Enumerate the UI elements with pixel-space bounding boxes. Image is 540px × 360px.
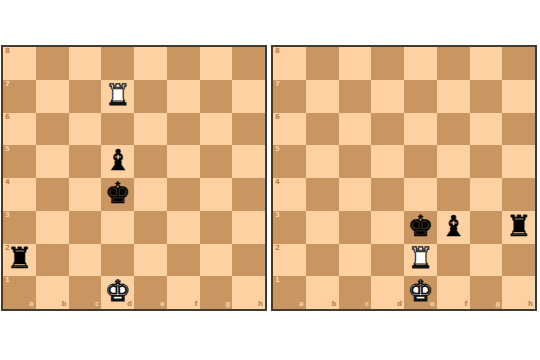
rank-label-1: 1 [275, 277, 280, 284]
square-h2[interactable] [502, 244, 535, 277]
square-g8[interactable] [470, 47, 503, 80]
file-label-c: c [95, 301, 99, 308]
square-a1[interactable]: 1a [3, 276, 36, 309]
file-label-a: a [29, 301, 34, 308]
square-d1[interactable]: d♚ [101, 276, 134, 309]
square-f5[interactable] [167, 145, 200, 178]
square-b3[interactable] [36, 211, 69, 244]
square-a2[interactable]: 2 [273, 244, 306, 277]
white-rook[interactable]: ♜ [407, 244, 433, 273]
rank-label-4: 4 [5, 179, 10, 186]
square-a5[interactable]: 5 [3, 145, 36, 178]
square-b2[interactable] [306, 244, 339, 277]
square-b6[interactable] [36, 113, 69, 146]
file-label-f: f [194, 301, 197, 308]
square-a7[interactable]: 7 [273, 80, 306, 113]
rank-label-1: 1 [5, 277, 10, 284]
square-h8[interactable] [232, 47, 265, 80]
file-label-b: b [61, 301, 66, 308]
square-b5[interactable] [36, 145, 69, 178]
square-e2[interactable] [134, 244, 167, 277]
square-a3[interactable]: 3 [273, 211, 306, 244]
square-b1[interactable]: b [36, 276, 69, 309]
square-b4[interactable] [36, 178, 69, 211]
square-h8[interactable] [502, 47, 535, 80]
square-b6[interactable] [306, 113, 339, 146]
square-d5[interactable] [371, 145, 404, 178]
square-e4[interactable] [134, 178, 167, 211]
square-g7[interactable] [200, 80, 233, 113]
square-f3[interactable]: ♝ [437, 211, 470, 244]
square-h5[interactable] [502, 145, 535, 178]
square-e8[interactable] [134, 47, 167, 80]
white-rook[interactable]: ♜ [105, 81, 131, 110]
square-c2[interactable] [339, 244, 372, 277]
square-h4[interactable] [232, 178, 265, 211]
square-a6[interactable]: 6 [3, 113, 36, 146]
square-a6[interactable]: 6 [273, 113, 306, 146]
square-a4[interactable]: 4 [3, 178, 36, 211]
diagram-pair: 87♜65♝4♚32♜1abcd♚efgh 876543♚♝♜2♜1abcde♚… [0, 0, 540, 360]
square-h3[interactable] [232, 211, 265, 244]
square-f7[interactable] [167, 80, 200, 113]
square-a7[interactable]: 7 [3, 80, 36, 113]
square-h7[interactable] [502, 80, 535, 113]
square-d3[interactable] [101, 211, 134, 244]
square-a4[interactable]: 4 [273, 178, 306, 211]
square-c4[interactable] [339, 178, 372, 211]
square-f1[interactable]: f [167, 276, 200, 309]
rank-label-7: 7 [275, 81, 280, 88]
square-g4[interactable] [200, 178, 233, 211]
square-b4[interactable] [306, 178, 339, 211]
rank-label-8: 8 [275, 48, 280, 55]
chessboard-left: 87♜65♝4♚32♜1abcd♚efgh [1, 45, 267, 311]
rank-label-6: 6 [5, 114, 10, 121]
square-c2[interactable] [69, 244, 102, 277]
square-g4[interactable] [470, 178, 503, 211]
square-d3[interactable] [371, 211, 404, 244]
square-f6[interactable] [167, 113, 200, 146]
square-f3[interactable] [167, 211, 200, 244]
square-d7[interactable] [371, 80, 404, 113]
file-label-g: g [495, 301, 500, 308]
square-b2[interactable] [36, 244, 69, 277]
square-h6[interactable] [232, 113, 265, 146]
square-g5[interactable] [200, 145, 233, 178]
square-h2[interactable] [232, 244, 265, 277]
square-e3[interactable]: ♚ [404, 211, 437, 244]
square-c8[interactable] [69, 47, 102, 80]
square-d6[interactable] [101, 113, 134, 146]
square-f2[interactable] [437, 244, 470, 277]
square-b5[interactable] [306, 145, 339, 178]
square-d1[interactable]: d [371, 276, 404, 309]
square-h5[interactable] [232, 145, 265, 178]
square-f5[interactable] [437, 145, 470, 178]
square-g5[interactable] [470, 145, 503, 178]
white-king[interactable]: ♚ [105, 277, 131, 306]
square-a3[interactable]: 3 [3, 211, 36, 244]
black-king[interactable]: ♚ [105, 179, 131, 208]
white-king[interactable]: ♚ [407, 277, 433, 306]
square-a5[interactable]: 5 [273, 145, 306, 178]
square-h3[interactable]: ♜ [502, 211, 535, 244]
square-f4[interactable] [437, 178, 470, 211]
square-g3[interactable] [470, 211, 503, 244]
square-f8[interactable] [167, 47, 200, 80]
square-c1[interactable]: c [69, 276, 102, 309]
black-bishop[interactable]: ♝ [105, 146, 131, 175]
black-bishop[interactable]: ♝ [440, 212, 466, 241]
square-h4[interactable] [502, 178, 535, 211]
file-label-b: b [331, 301, 336, 308]
square-c6[interactable] [339, 113, 372, 146]
file-label-g: g [225, 301, 230, 308]
square-b8[interactable] [36, 47, 69, 80]
square-c3[interactable] [69, 211, 102, 244]
square-c7[interactable] [69, 80, 102, 113]
square-a8[interactable]: 8 [273, 47, 306, 80]
square-f8[interactable] [437, 47, 470, 80]
square-h6[interactable] [502, 113, 535, 146]
square-c1[interactable]: c [339, 276, 372, 309]
file-label-h: h [528, 301, 533, 308]
square-g8[interactable] [200, 47, 233, 80]
rank-label-5: 5 [5, 146, 10, 153]
square-c6[interactable] [69, 113, 102, 146]
square-e5[interactable] [404, 145, 437, 178]
square-h1[interactable]: h [232, 276, 265, 309]
square-g2[interactable] [200, 244, 233, 277]
square-c5[interactable] [69, 145, 102, 178]
file-label-f: f [464, 301, 467, 308]
square-e7[interactable] [404, 80, 437, 113]
square-e1[interactable]: e [134, 276, 167, 309]
square-a8[interactable]: 8 [3, 47, 36, 80]
square-c5[interactable] [339, 145, 372, 178]
square-b1[interactable]: b [306, 276, 339, 309]
square-c4[interactable] [69, 178, 102, 211]
rank-label-4: 4 [275, 179, 280, 186]
rank-label-8: 8 [5, 48, 10, 55]
square-d7[interactable]: ♜ [101, 80, 134, 113]
square-g6[interactable] [200, 113, 233, 146]
square-b7[interactable] [36, 80, 69, 113]
square-f7[interactable] [437, 80, 470, 113]
black-king[interactable]: ♚ [407, 212, 433, 241]
file-label-h: h [258, 301, 263, 308]
square-f2[interactable] [167, 244, 200, 277]
square-h1[interactable]: h [502, 276, 535, 309]
square-f4[interactable] [167, 178, 200, 211]
square-c3[interactable] [339, 211, 372, 244]
square-b7[interactable] [306, 80, 339, 113]
square-e2[interactable]: ♜ [404, 244, 437, 277]
square-d4[interactable]: ♚ [101, 178, 134, 211]
file-label-a: a [299, 301, 304, 308]
square-b8[interactable] [306, 47, 339, 80]
square-d5[interactable]: ♝ [101, 145, 134, 178]
square-g2[interactable] [470, 244, 503, 277]
square-e6[interactable] [134, 113, 167, 146]
rank-label-5: 5 [275, 146, 280, 153]
square-d4[interactable] [371, 178, 404, 211]
square-g6[interactable] [470, 113, 503, 146]
file-label-c: c [365, 301, 369, 308]
square-g1[interactable]: g [200, 276, 233, 309]
rank-label-3: 3 [5, 212, 10, 219]
square-g3[interactable] [200, 211, 233, 244]
square-c7[interactable] [339, 80, 372, 113]
rank-label-3: 3 [275, 212, 280, 219]
square-c8[interactable] [339, 47, 372, 80]
square-g7[interactable] [470, 80, 503, 113]
square-e4[interactable] [404, 178, 437, 211]
square-d6[interactable] [371, 113, 404, 146]
square-b3[interactable] [306, 211, 339, 244]
file-label-e: e [160, 301, 165, 308]
square-e6[interactable] [404, 113, 437, 146]
square-d8[interactable] [371, 47, 404, 80]
chessboard-right: 876543♚♝♜2♜1abcde♚fgh [271, 45, 537, 311]
square-a2[interactable]: 2♜ [3, 244, 36, 277]
square-a1[interactable]: 1a [273, 276, 306, 309]
square-g1[interactable]: g [470, 276, 503, 309]
square-e8[interactable] [404, 47, 437, 80]
rank-label-2: 2 [275, 245, 280, 252]
square-e3[interactable] [134, 211, 167, 244]
rank-label-7: 7 [5, 81, 10, 88]
square-h7[interactable] [232, 80, 265, 113]
rank-label-6: 6 [275, 114, 280, 121]
square-f6[interactable] [437, 113, 470, 146]
file-label-d: d [397, 301, 402, 308]
square-d2[interactable] [371, 244, 404, 277]
square-d2[interactable] [101, 244, 134, 277]
square-f1[interactable]: f [437, 276, 470, 309]
square-e7[interactable] [134, 80, 167, 113]
black-rook[interactable]: ♜ [6, 244, 32, 273]
square-d8[interactable] [101, 47, 134, 80]
black-rook[interactable]: ♜ [506, 212, 532, 241]
square-e1[interactable]: e♚ [404, 276, 437, 309]
square-e5[interactable] [134, 145, 167, 178]
